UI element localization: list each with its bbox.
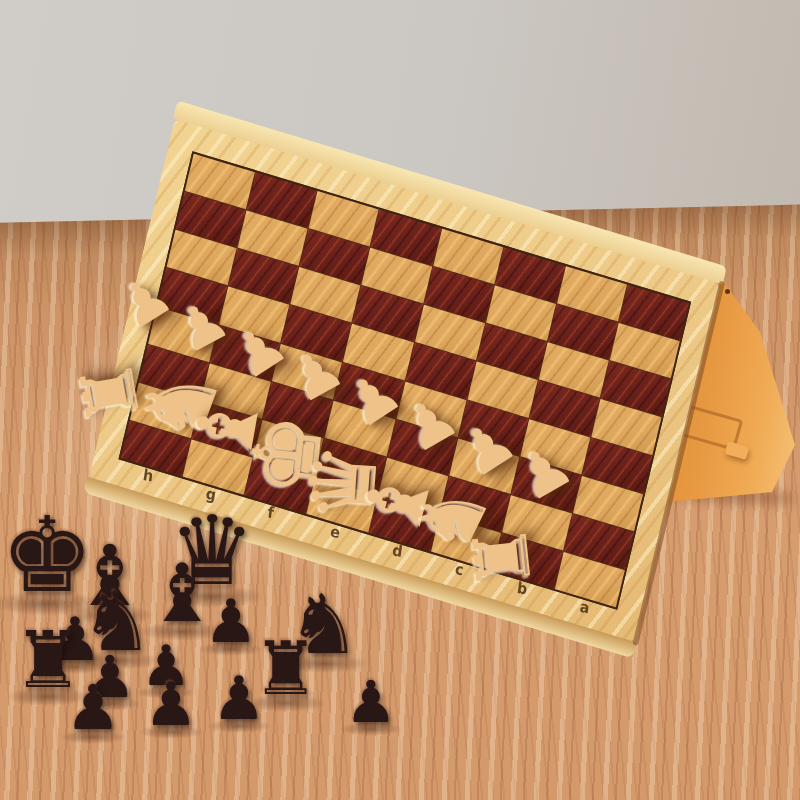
panel-peg (725, 441, 750, 460)
photo-scene: hgfedcba ♟♟♟♟♜♟♞♟♝♟♚♟♛♝♞♜ ♛♚♝♝♟♞♞♟♜♟♜♟♟♟… (0, 0, 800, 800)
hinge-screw (725, 289, 730, 294)
